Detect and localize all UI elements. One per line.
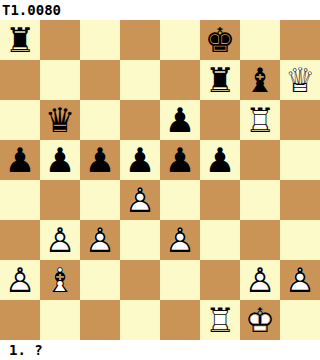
white-king-icon: ♚♔: [240, 300, 280, 340]
square-g5[interactable]: [240, 140, 280, 180]
square-c5[interactable]: ♟: [80, 140, 120, 180]
square-f7[interactable]: ♜: [200, 60, 240, 100]
square-a8[interactable]: ♜: [0, 20, 40, 60]
square-b4[interactable]: [40, 180, 80, 220]
black-pawn-icon: ♟: [80, 140, 120, 180]
square-g6[interactable]: ♜♖: [240, 100, 280, 140]
white-pawn-icon: ♟♙: [160, 220, 200, 260]
puzzle-title: T1.0080: [0, 0, 320, 20]
square-g8[interactable]: [240, 20, 280, 60]
square-g3[interactable]: [240, 220, 280, 260]
square-b5[interactable]: ♟: [40, 140, 80, 180]
square-d4[interactable]: ♟♙: [120, 180, 160, 220]
square-c4[interactable]: [80, 180, 120, 220]
square-h1[interactable]: [280, 300, 320, 340]
black-king-icon: ♚: [200, 20, 240, 60]
black-bishop-icon: ♝: [240, 60, 280, 100]
white-rook-icon: ♜♖: [240, 100, 280, 140]
square-e4[interactable]: [160, 180, 200, 220]
square-e2[interactable]: [160, 260, 200, 300]
square-d5[interactable]: ♟: [120, 140, 160, 180]
square-c6[interactable]: [80, 100, 120, 140]
black-queen-icon: ♛: [40, 100, 80, 140]
square-e1[interactable]: [160, 300, 200, 340]
white-pawn-icon: ♟♙: [80, 220, 120, 260]
square-b1[interactable]: [40, 300, 80, 340]
white-rook-icon: ♜♖: [200, 300, 240, 340]
move-prompt: 1. ?: [0, 340, 320, 360]
square-g4[interactable]: [240, 180, 280, 220]
square-a4[interactable]: [0, 180, 40, 220]
square-f8[interactable]: ♚: [200, 20, 240, 60]
square-b8[interactable]: [40, 20, 80, 60]
square-f6[interactable]: [200, 100, 240, 140]
square-f1[interactable]: ♜♖: [200, 300, 240, 340]
square-a1[interactable]: [0, 300, 40, 340]
square-e7[interactable]: [160, 60, 200, 100]
square-h5[interactable]: [280, 140, 320, 180]
square-h7[interactable]: ♛♕: [280, 60, 320, 100]
white-queen-icon: ♛♕: [280, 60, 320, 100]
square-d3[interactable]: [120, 220, 160, 260]
white-pawn-icon: ♟♙: [240, 260, 280, 300]
square-g7[interactable]: ♝: [240, 60, 280, 100]
square-g2[interactable]: ♟♙: [240, 260, 280, 300]
square-b7[interactable]: [40, 60, 80, 100]
square-h2[interactable]: ♟♙: [280, 260, 320, 300]
square-e3[interactable]: ♟♙: [160, 220, 200, 260]
square-b2[interactable]: ♝♗: [40, 260, 80, 300]
square-c3[interactable]: ♟♙: [80, 220, 120, 260]
white-pawn-icon: ♟♙: [40, 220, 80, 260]
square-a5[interactable]: ♟: [0, 140, 40, 180]
square-d2[interactable]: [120, 260, 160, 300]
black-rook-icon: ♜: [200, 60, 240, 100]
square-e8[interactable]: [160, 20, 200, 60]
square-b3[interactable]: ♟♙: [40, 220, 80, 260]
square-g1[interactable]: ♚♔: [240, 300, 280, 340]
square-f5[interactable]: ♟: [200, 140, 240, 180]
square-a3[interactable]: [0, 220, 40, 260]
white-pawn-icon: ♟♙: [0, 260, 40, 300]
black-pawn-icon: ♟: [40, 140, 80, 180]
chess-board: ♜♚♜♝♛♕♛♟♜♖♟♟♟♟♟♟♟♙♟♙♟♙♟♙♟♙♝♗♟♙♟♙♜♖♚♔: [0, 20, 320, 340]
white-pawn-icon: ♟♙: [280, 260, 320, 300]
square-c2[interactable]: [80, 260, 120, 300]
black-pawn-icon: ♟: [160, 140, 200, 180]
square-h3[interactable]: [280, 220, 320, 260]
square-a2[interactable]: ♟♙: [0, 260, 40, 300]
black-pawn-icon: ♟: [160, 100, 200, 140]
square-c7[interactable]: [80, 60, 120, 100]
square-c8[interactable]: [80, 20, 120, 60]
black-pawn-icon: ♟: [200, 140, 240, 180]
square-e6[interactable]: ♟: [160, 100, 200, 140]
square-c1[interactable]: [80, 300, 120, 340]
square-a6[interactable]: [0, 100, 40, 140]
black-pawn-icon: ♟: [0, 140, 40, 180]
square-a7[interactable]: [0, 60, 40, 100]
square-h8[interactable]: [280, 20, 320, 60]
square-h4[interactable]: [280, 180, 320, 220]
white-pawn-icon: ♟♙: [120, 180, 160, 220]
white-bishop-icon: ♝♗: [40, 260, 80, 300]
square-d7[interactable]: [120, 60, 160, 100]
square-b6[interactable]: ♛: [40, 100, 80, 140]
square-d6[interactable]: [120, 100, 160, 140]
square-h6[interactable]: [280, 100, 320, 140]
square-f4[interactable]: [200, 180, 240, 220]
square-d1[interactable]: [120, 300, 160, 340]
black-pawn-icon: ♟: [120, 140, 160, 180]
square-e5[interactable]: ♟: [160, 140, 200, 180]
square-f3[interactable]: [200, 220, 240, 260]
black-rook-icon: ♜: [0, 20, 40, 60]
square-f2[interactable]: [200, 260, 240, 300]
square-d8[interactable]: [120, 20, 160, 60]
